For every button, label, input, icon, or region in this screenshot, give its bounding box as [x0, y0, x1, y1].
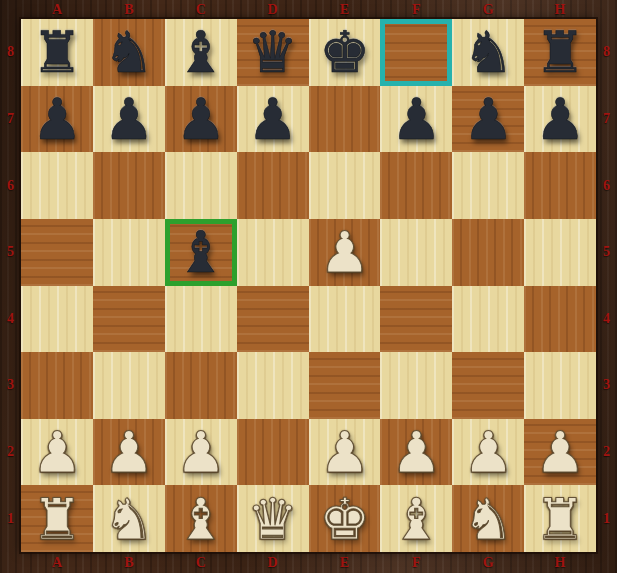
rank-label-7-left: 7	[0, 86, 21, 153]
white-queen[interactable]: ♛	[247, 486, 298, 552]
white-pawn[interactable]: ♟	[103, 419, 154, 485]
square-a6[interactable]	[21, 152, 93, 219]
square-b1[interactable]: ♞	[93, 485, 165, 552]
square-b4[interactable]	[93, 286, 165, 353]
square-e8[interactable]: ♚	[309, 19, 381, 86]
rank-label-2-right: 2	[596, 419, 617, 486]
square-f8[interactable]	[380, 19, 452, 86]
rank-label-6-right: 6	[596, 152, 617, 219]
square-g3[interactable]	[452, 352, 524, 419]
file-label-g-top: G	[452, 0, 524, 19]
file-label-b-bottom: B	[93, 552, 165, 573]
white-knight[interactable]: ♞	[463, 486, 514, 552]
rank-label-3-right: 3	[596, 352, 617, 419]
square-c7[interactable]: ♟	[165, 86, 237, 153]
white-pawn[interactable]: ♟	[535, 419, 586, 485]
square-b3[interactable]	[93, 352, 165, 419]
file-label-a-bottom: A	[21, 552, 93, 573]
square-g7[interactable]: ♟	[452, 86, 524, 153]
square-a1[interactable]: ♜	[21, 485, 93, 552]
black-queen[interactable]: ♛	[247, 19, 298, 85]
square-h6[interactable]	[524, 152, 596, 219]
rank-label-3-left: 3	[0, 352, 21, 419]
rank-label-7-right: 7	[596, 86, 617, 153]
square-a2[interactable]: ♟	[21, 419, 93, 486]
white-pawn[interactable]: ♟	[175, 419, 226, 485]
rank-label-4-right: 4	[596, 286, 617, 353]
rank-label-6-left: 6	[0, 152, 21, 219]
square-e4[interactable]	[309, 286, 381, 353]
file-label-c-bottom: C	[165, 552, 237, 573]
square-e7[interactable]	[309, 86, 381, 153]
square-e3[interactable]	[309, 352, 381, 419]
black-pawn[interactable]: ♟	[175, 86, 226, 152]
white-bishop[interactable]: ♝	[391, 486, 442, 552]
square-a3[interactable]	[21, 352, 93, 419]
square-b5[interactable]	[93, 219, 165, 286]
rank-label-1-right: 1	[596, 485, 617, 552]
file-label-a-top: A	[21, 0, 93, 19]
file-label-c-top: C	[165, 0, 237, 19]
black-pawn[interactable]: ♟	[391, 86, 442, 152]
black-pawn[interactable]: ♟	[247, 86, 298, 152]
square-h8[interactable]: ♜	[524, 19, 596, 86]
rank-label-5-left: 5	[0, 219, 21, 286]
square-d2[interactable]	[237, 419, 309, 486]
file-label-e-top: E	[309, 0, 381, 19]
file-label-h-bottom: H	[524, 552, 596, 573]
white-pawn[interactable]: ♟	[463, 419, 514, 485]
square-h7[interactable]: ♟	[524, 86, 596, 153]
black-bishop[interactable]: ♝	[175, 219, 226, 285]
file-label-g-bottom: G	[452, 552, 524, 573]
square-d3[interactable]	[237, 352, 309, 419]
file-label-f-bottom: F	[380, 552, 452, 573]
square-c5[interactable]: ♝	[165, 219, 237, 286]
file-label-d-top: D	[237, 0, 309, 19]
square-d5[interactable]	[237, 219, 309, 286]
square-g2[interactable]: ♟	[452, 419, 524, 486]
square-h5[interactable]	[524, 219, 596, 286]
square-c8[interactable]: ♝	[165, 19, 237, 86]
square-f2[interactable]: ♟	[380, 419, 452, 486]
square-d1[interactable]: ♛	[237, 485, 309, 552]
file-label-e-bottom: E	[309, 552, 381, 573]
square-d7[interactable]: ♟	[237, 86, 309, 153]
rank-labels-right: 87654321	[596, 19, 617, 552]
square-h1[interactable]: ♜	[524, 485, 596, 552]
square-c4[interactable]	[165, 286, 237, 353]
white-pawn[interactable]: ♟	[391, 419, 442, 485]
square-c3[interactable]	[165, 352, 237, 419]
square-d6[interactable]	[237, 152, 309, 219]
file-label-f-top: F	[380, 0, 452, 19]
file-labels-bottom: ABCDEFGH	[21, 552, 596, 573]
square-b8[interactable]: ♞	[93, 19, 165, 86]
file-label-d-bottom: D	[237, 552, 309, 573]
square-d8[interactable]: ♛	[237, 19, 309, 86]
rank-label-1-left: 1	[0, 485, 21, 552]
square-g4[interactable]	[452, 286, 524, 353]
square-h2[interactable]: ♟	[524, 419, 596, 486]
rank-label-8-right: 8	[596, 19, 617, 86]
square-f7[interactable]: ♟	[380, 86, 452, 153]
black-knight[interactable]: ♞	[463, 19, 514, 85]
square-g5[interactable]	[452, 219, 524, 286]
square-e2[interactable]: ♟	[309, 419, 381, 486]
black-knight[interactable]: ♞	[103, 19, 154, 85]
white-bishop[interactable]: ♝	[175, 486, 226, 552]
file-labels-top: ABCDEFGH	[21, 0, 596, 19]
chess-board-frame: ABCDEFGH ABCDEFGH 87654321 87654321 ♜♞♝♛…	[0, 0, 617, 573]
white-pawn[interactable]: ♟	[319, 419, 370, 485]
rank-label-5-right: 5	[596, 219, 617, 286]
black-rook[interactable]: ♜	[535, 19, 586, 85]
square-a4[interactable]	[21, 286, 93, 353]
black-pawn[interactable]: ♟	[31, 86, 82, 152]
square-c1[interactable]: ♝	[165, 485, 237, 552]
square-d4[interactable]	[237, 286, 309, 353]
white-pawn[interactable]: ♟	[319, 219, 370, 285]
square-f5[interactable]	[380, 219, 452, 286]
square-g6[interactable]	[452, 152, 524, 219]
square-b6[interactable]	[93, 152, 165, 219]
square-b7[interactable]: ♟	[93, 86, 165, 153]
file-label-b-top: B	[93, 0, 165, 19]
white-king[interactable]: ♚	[319, 486, 370, 552]
square-e1[interactable]: ♚	[309, 485, 381, 552]
rank-label-8-left: 8	[0, 19, 21, 86]
square-f1[interactable]: ♝	[380, 485, 452, 552]
board: ♜♞♝♛♚♞♜♟♟♟♟♟♟♟♝♟♟♟♟♟♟♟♟♜♞♝♛♚♝♞♜	[21, 19, 596, 552]
square-a7[interactable]: ♟	[21, 86, 93, 153]
black-rook[interactable]: ♜	[31, 19, 82, 85]
square-a8[interactable]: ♜	[21, 19, 93, 86]
square-h3[interactable]	[524, 352, 596, 419]
square-f4[interactable]	[380, 286, 452, 353]
square-c2[interactable]: ♟	[165, 419, 237, 486]
rank-label-2-left: 2	[0, 419, 21, 486]
square-e6[interactable]	[309, 152, 381, 219]
white-rook[interactable]: ♜	[535, 486, 586, 552]
square-f3[interactable]	[380, 352, 452, 419]
square-c6[interactable]	[165, 152, 237, 219]
square-e5[interactable]: ♟	[309, 219, 381, 286]
black-pawn[interactable]: ♟	[463, 86, 514, 152]
square-g1[interactable]: ♞	[452, 485, 524, 552]
black-pawn[interactable]: ♟	[535, 86, 586, 152]
white-pawn[interactable]: ♟	[31, 419, 82, 485]
file-label-h-top: H	[524, 0, 596, 19]
black-bishop[interactable]: ♝	[175, 19, 226, 85]
white-rook[interactable]: ♜	[31, 486, 82, 552]
square-b2[interactable]: ♟	[93, 419, 165, 486]
square-h4[interactable]	[524, 286, 596, 353]
rank-labels-left: 87654321	[0, 19, 21, 552]
square-a5[interactable]	[21, 219, 93, 286]
white-knight[interactable]: ♞	[103, 486, 154, 552]
square-f6[interactable]	[380, 152, 452, 219]
rank-label-4-left: 4	[0, 286, 21, 353]
black-king[interactable]: ♚	[319, 19, 370, 85]
square-g8[interactable]: ♞	[452, 19, 524, 86]
black-pawn[interactable]: ♟	[103, 86, 154, 152]
